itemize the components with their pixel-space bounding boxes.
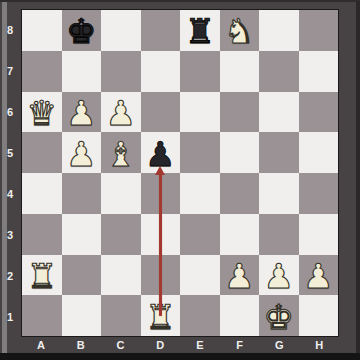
square-h8[interactable] xyxy=(299,10,339,51)
white-rook[interactable]: ♜ xyxy=(27,259,57,293)
file-label-e: E xyxy=(180,337,220,353)
black-rook[interactable]: ♜ xyxy=(185,14,215,48)
square-b4[interactable] xyxy=(62,173,102,214)
file-label-h: H xyxy=(299,337,339,353)
square-b2[interactable] xyxy=(62,255,102,296)
file-label-d: D xyxy=(140,337,180,353)
square-g8[interactable] xyxy=(259,10,299,51)
square-f7[interactable] xyxy=(220,51,260,92)
square-f8[interactable]: ♞ xyxy=(220,10,260,51)
file-label-g: G xyxy=(260,337,300,353)
white-pawn[interactable]: ♟ xyxy=(224,259,254,293)
chess-board-window: 87654321 ♚♜♞♛♟♟♟♝♟♜♟♟♟♜♚ ABCDEFGH xyxy=(0,0,360,360)
square-h2[interactable]: ♟ xyxy=(299,255,339,296)
square-g2[interactable]: ♟ xyxy=(259,255,299,296)
square-h3[interactable] xyxy=(299,214,339,255)
white-knight[interactable]: ♞ xyxy=(224,14,254,48)
square-a2[interactable]: ♜ xyxy=(22,255,62,296)
square-f5[interactable] xyxy=(220,132,260,173)
square-d6[interactable] xyxy=(141,92,181,133)
rank-label-2: 2 xyxy=(0,255,20,296)
square-c3[interactable] xyxy=(101,214,141,255)
square-e7[interactable] xyxy=(180,51,220,92)
square-f3[interactable] xyxy=(220,214,260,255)
chess-board[interactable]: ♚♜♞♛♟♟♟♝♟♜♟♟♟♜♚ xyxy=(21,9,339,337)
square-e5[interactable] xyxy=(180,132,220,173)
square-c2[interactable] xyxy=(101,255,141,296)
square-h1[interactable] xyxy=(299,295,339,336)
frame-right-edge xyxy=(356,2,360,353)
square-d8[interactable] xyxy=(141,10,181,51)
move-arrow-line xyxy=(159,173,162,316)
white-pawn[interactable]: ♟ xyxy=(66,137,96,171)
white-pawn[interactable]: ♟ xyxy=(264,259,294,293)
square-g1[interactable]: ♚ xyxy=(259,295,299,336)
rank-labels: 87654321 xyxy=(0,9,20,337)
square-d7[interactable] xyxy=(141,51,181,92)
square-a5[interactable] xyxy=(22,132,62,173)
square-b3[interactable] xyxy=(62,214,102,255)
frame-bottom-edge xyxy=(0,353,360,360)
file-label-a: A xyxy=(21,337,61,353)
square-f4[interactable] xyxy=(220,173,260,214)
square-a6[interactable]: ♛ xyxy=(22,92,62,133)
white-pawn[interactable]: ♟ xyxy=(106,96,136,130)
square-a4[interactable] xyxy=(22,173,62,214)
white-pawn[interactable]: ♟ xyxy=(303,259,333,293)
square-b5[interactable]: ♟ xyxy=(62,132,102,173)
white-queen[interactable]: ♛ xyxy=(27,96,57,130)
square-c1[interactable] xyxy=(101,295,141,336)
file-label-b: B xyxy=(61,337,101,353)
square-b7[interactable] xyxy=(62,51,102,92)
square-c4[interactable] xyxy=(101,173,141,214)
square-a8[interactable] xyxy=(22,10,62,51)
rank-label-7: 7 xyxy=(0,50,20,91)
square-g3[interactable] xyxy=(259,214,299,255)
square-b8[interactable]: ♚ xyxy=(62,10,102,51)
square-h5[interactable] xyxy=(299,132,339,173)
square-c6[interactable]: ♟ xyxy=(101,92,141,133)
file-label-f: F xyxy=(220,337,260,353)
black-king[interactable]: ♚ xyxy=(66,14,96,48)
square-h6[interactable] xyxy=(299,92,339,133)
square-f2[interactable]: ♟ xyxy=(220,255,260,296)
square-c7[interactable] xyxy=(101,51,141,92)
square-e4[interactable] xyxy=(180,173,220,214)
file-labels: ABCDEFGH xyxy=(21,337,339,353)
rank-label-3: 3 xyxy=(0,214,20,255)
square-h7[interactable] xyxy=(299,51,339,92)
square-b1[interactable] xyxy=(62,295,102,336)
white-bishop[interactable]: ♝ xyxy=(106,137,136,171)
square-e6[interactable] xyxy=(180,92,220,133)
square-g4[interactable] xyxy=(259,173,299,214)
square-f1[interactable] xyxy=(220,295,260,336)
white-king[interactable]: ♚ xyxy=(264,300,294,334)
square-e8[interactable]: ♜ xyxy=(180,10,220,51)
rank-label-4: 4 xyxy=(0,173,20,214)
square-f6[interactable] xyxy=(220,92,260,133)
square-a1[interactable] xyxy=(22,295,62,336)
square-g7[interactable] xyxy=(259,51,299,92)
rank-label-8: 8 xyxy=(0,9,20,50)
rank-label-1: 1 xyxy=(0,296,20,337)
square-g6[interactable] xyxy=(259,92,299,133)
square-a3[interactable] xyxy=(22,214,62,255)
square-e3[interactable] xyxy=(180,214,220,255)
rank-label-6: 6 xyxy=(0,91,20,132)
square-c8[interactable] xyxy=(101,10,141,51)
square-h4[interactable] xyxy=(299,173,339,214)
rank-label-5: 5 xyxy=(0,132,20,173)
square-c5[interactable]: ♝ xyxy=(101,132,141,173)
white-pawn[interactable]: ♟ xyxy=(66,96,96,130)
square-b6[interactable]: ♟ xyxy=(62,92,102,133)
square-e1[interactable] xyxy=(180,295,220,336)
square-e2[interactable] xyxy=(180,255,220,296)
square-a7[interactable] xyxy=(22,51,62,92)
frame-top-edge xyxy=(0,0,360,2)
file-label-c: C xyxy=(101,337,141,353)
square-g5[interactable] xyxy=(259,132,299,173)
